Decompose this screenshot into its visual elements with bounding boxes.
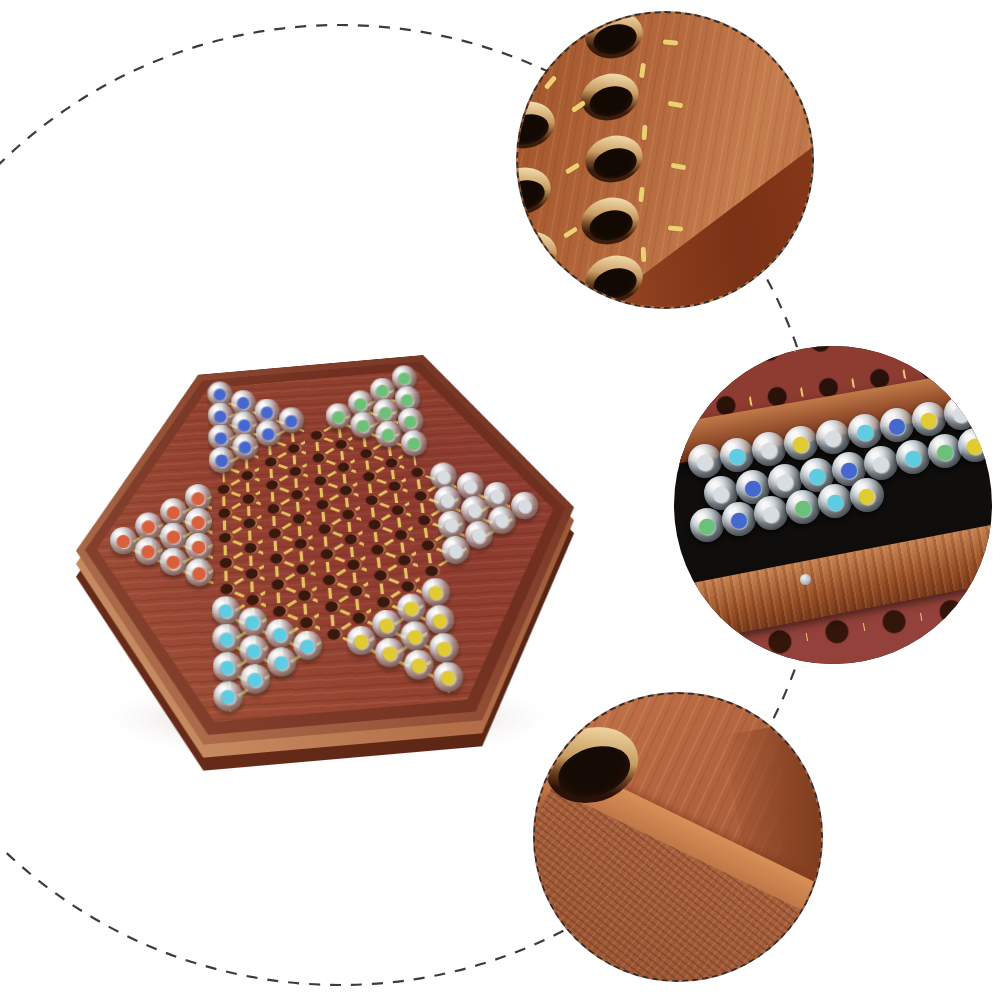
board-hole-occupied: ● [211,454,236,479]
board-hole-occupied: ● [375,429,402,453]
marble-swirl: ● [698,515,716,536]
marble-swirl: ● [141,543,156,560]
board-hole-empty: ● [387,522,415,549]
board-hole-occupied: ● [268,652,297,683]
marble-swirl: ● [272,625,288,643]
marble-swirl: ● [300,637,316,655]
hole-glyph: ● [416,515,433,527]
board-hole-empty: ● [264,571,291,600]
drawer-marble-yellow: ● [784,426,818,460]
marble-swirl: ● [378,405,392,421]
board-hole-empty: ● [413,532,442,560]
drawer-marble-yellow: ● [850,478,884,512]
marble-swirl: ● [238,439,252,455]
marble-swirl: ● [808,465,826,486]
marble-swirl: ● [403,600,419,618]
board-hole-empty: ● [330,455,356,480]
marble-swirl: ● [824,427,842,448]
drawer-marble-white: ● [816,420,850,454]
hole-glyph: ● [309,430,324,441]
marble-red: ● [135,538,162,565]
marble-swirl: ● [404,414,418,430]
drawer-marble-green: ● [786,490,820,524]
marble-swirl: ● [191,539,206,556]
hole-glyph: ● [291,513,307,525]
board-hole-empty: ● [238,560,265,588]
board-hole-empty: ● [305,446,331,471]
board-hole-empty: ● [313,541,340,569]
board-hole-occupied: ● [326,411,352,435]
board-hole-empty: ● [311,516,338,543]
marble-yellow: ● [400,622,429,651]
marble-swirl: ● [762,503,780,524]
board-hole-empty: ● [263,545,290,573]
drawer-marble-green: ● [928,434,962,468]
marble-swirl: ● [213,408,227,424]
board-hole-occupied: ● [403,655,434,687]
drawer-marble-cyan: ● [720,438,754,472]
board-hole-empty: ● [211,477,236,503]
marble-red: ● [160,523,187,550]
brass-dash [639,63,646,79]
marble-cyan: ● [293,632,322,661]
hole-glyph: ● [294,563,310,576]
hole-glyph: ● [364,495,380,507]
board-hole-occupied: ● [432,667,464,699]
hole-glyph: ● [412,491,428,503]
hole-glyph: ● [333,439,348,450]
marble-swirl: ● [517,498,532,515]
hole-glyph: ● [268,553,284,565]
marble-cyan: ● [240,665,270,695]
marble-swirl: ● [400,392,414,408]
board-hole-empty: ● [410,507,439,534]
brass-dash [671,163,687,171]
marble-swirl: ● [792,433,810,454]
drawer-marble-cyan: ● [896,440,930,474]
marble-swirl: ● [354,396,368,412]
board-hole-empty: ● [403,460,431,485]
drawer-marble-white: ● [688,444,722,478]
board-hole-occupied: ● [137,544,162,572]
drawer-marble-cyan: ● [818,484,852,518]
board-hole-empty: ● [237,535,263,562]
marble-swirl: ● [728,445,746,466]
board-hole-empty: ● [213,550,239,578]
marble-swirl: ● [794,497,812,518]
hole-glyph: ● [266,503,281,515]
board-hole-occupied: ● [280,415,305,439]
marble-white: ● [461,497,488,524]
marble-yellow: ● [347,627,376,656]
marble-swirl: ● [490,488,505,505]
marble-swirl: ● [284,413,298,429]
marble-swirl: ● [219,630,235,648]
marble-swirl: ● [712,483,730,504]
drilled-hole [576,68,643,127]
marble-white: ● [488,507,515,534]
marble-swirl: ● [218,602,234,620]
board-hole-occupied: ● [347,631,377,662]
board-hole-occupied: ● [440,542,470,570]
hole-glyph: ● [372,570,389,583]
hole-glyph: ● [244,568,260,581]
drawer-marble-white: ● [754,496,788,530]
brass-dash [668,101,684,109]
hole-glyph: ● [311,453,326,464]
hole-glyph: ● [315,499,331,511]
board-hole-empty: ● [378,451,405,476]
marble-green: ● [350,413,376,439]
hole-glyph: ● [350,612,367,625]
board-hole-empty: ● [328,433,354,457]
marble-swirl: ● [760,439,778,460]
hole-glyph: ● [286,444,301,455]
marble-cyan: ● [213,682,243,712]
board-hole-occupied: ● [350,420,376,444]
board-hole-empty: ● [281,437,306,462]
marble-swirl: ● [840,459,858,480]
hole-glyph: ● [369,544,385,556]
board-hole-occupied: ● [375,643,405,674]
marble-swirl: ● [376,383,390,399]
board-hole-empty: ● [262,520,288,547]
board-hole-empty: ● [289,556,316,584]
marble-swirl: ● [411,656,427,675]
brass-dash [563,226,578,238]
hole-glyph: ● [242,518,257,530]
marble-swirl: ● [247,671,263,690]
hole-glyph: ● [270,579,286,592]
hole-glyph: ● [393,529,409,541]
marble-swirl: ● [494,512,509,529]
board-hole-empty: ● [384,498,412,524]
marble-red: ● [110,528,137,555]
hole-glyph: ● [240,470,255,481]
hole-glyph: ● [319,548,335,560]
board-hole-empty: ● [339,551,367,579]
board-top-face: ●●●●●●●●●●●●●●●●●●●●●●●●●●●●●●●●●●●●●●●●… [64,346,622,758]
marble-swirl: ● [260,404,274,420]
board-hole-occupied: ● [188,565,214,593]
board-hole-empty: ● [319,620,348,650]
inset-wood-corner [533,692,823,982]
hole-glyph: ● [409,467,425,478]
marble-yellow: ● [429,634,458,663]
marble-swirl: ● [191,490,206,507]
board-hole-occupied: ● [216,686,244,718]
drawer-marble-white: ● [752,432,786,466]
marble-swirl: ● [116,533,131,550]
marble-yellow: ● [422,579,450,607]
star-grid: ●●●●●●●●●●●●●●●●●●●●●●●●●●●●●●●●●●●●●●●●… [106,365,574,727]
hole-glyph: ● [336,462,351,473]
marble-cyan: ● [267,648,296,677]
marble-swirl: ● [696,451,714,472]
marble-swirl: ● [436,639,452,657]
board-hole-empty: ● [212,525,238,552]
board-hole-empty: ● [337,526,365,553]
marble-swirl: ● [191,564,206,582]
marble-swirl: ● [888,415,906,436]
hole-glyph: ● [317,523,333,535]
marble-swirl: ● [356,418,370,434]
marble-swirl: ● [381,427,395,443]
board-hole-occupied: ● [162,554,187,582]
marble-swirl: ● [872,453,890,474]
board-hole-empty: ● [315,566,343,595]
hole-glyph: ● [345,559,361,572]
marble-swirl: ● [826,491,844,512]
marble-green: ● [375,422,401,448]
board-row: ●●● [161,393,189,723]
hole-glyph: ● [358,449,373,460]
marble-swirl: ● [379,616,395,634]
marble-swirl: ● [273,654,289,672]
marble-swirl: ● [436,468,451,485]
board-hole-empty: ● [358,488,385,514]
hole-glyph: ● [243,542,259,554]
hole-glyph: ● [390,505,406,517]
marble-swirl: ● [407,436,421,452]
marble-blue: ● [232,434,258,460]
marble-swirl: ● [191,514,206,531]
marble-swirl: ● [471,527,486,544]
brass-dash [641,247,647,262]
marble-swirl: ● [858,485,876,506]
marble-swirl: ● [219,658,235,676]
marble-swirl: ● [261,426,275,442]
board-hole-empty: ● [283,459,309,484]
marble-swirl: ● [166,554,181,571]
marble-swirl: ● [214,430,228,446]
marble-swirl: ● [166,528,181,545]
marble-white: ● [438,512,465,539]
marble-swirl: ● [213,387,227,403]
board-hole-occupied: ● [242,669,270,701]
drawer-marble-white: ● [864,446,898,480]
board-hole-empty: ● [335,502,362,529]
hole-glyph: ● [384,458,400,469]
marble-swirl: ● [236,395,250,411]
marble-green: ● [326,404,352,430]
marble-swirl: ● [920,409,938,430]
marble-swirl: ● [856,421,874,442]
marble-white: ● [465,522,493,550]
marble-swirl: ● [448,542,463,560]
board-hole-occupied: ● [257,428,282,452]
marble-cyan: ● [212,597,240,625]
hole-glyph: ● [217,508,232,520]
board-hole-empty: ● [304,424,329,448]
marble-swirl: ● [246,642,262,660]
board-hole-empty: ● [342,577,371,606]
brass-dash [565,162,580,174]
marble-swirl: ● [467,502,482,519]
brass-dash [638,187,645,202]
marble-green: ● [401,431,427,457]
board-hole-empty: ● [235,463,260,488]
drawer-marble-cyan: ● [848,414,882,448]
hole-glyph: ● [267,528,283,540]
hole-glyph: ● [340,509,356,521]
marble-red: ● [185,559,213,587]
marble-swirl: ● [331,409,345,425]
hole-glyph: ● [423,565,440,578]
marble-swirl: ● [245,614,261,632]
marble-cyan: ● [265,620,294,649]
marble-white: ● [442,537,470,565]
board-hole-empty: ● [236,510,262,537]
drilled-hole [576,192,643,251]
marble-red: ● [135,513,162,540]
board-hole-empty: ● [363,536,391,564]
board-hole-empty: ● [287,531,314,558]
marble-swirl: ● [776,471,794,492]
marble-cyan: ● [238,608,267,637]
marble-swirl: ● [730,509,748,530]
star-area: ●●●●●●●●●●●●●●●●●●●●●●●●●●●●●●●●●●●●●●●●… [106,365,574,727]
hole-glyph: ● [218,557,233,570]
hole-glyph: ● [263,457,278,468]
marble-swirl: ● [382,644,398,662]
hole-glyph: ● [343,534,359,546]
marble-cyan: ● [213,653,242,682]
marble-yellow: ● [397,594,426,623]
marble-swirl: ● [397,371,411,387]
marble-yellow: ● [372,610,401,639]
drawer-marble-blue: ● [880,408,914,442]
hole-glyph: ● [298,616,315,629]
marble-red: ● [160,549,188,577]
marble-swirl: ● [237,417,251,433]
marble-swirl: ● [444,517,459,534]
inset-board-macro [516,11,814,309]
marble-yellow: ● [375,639,404,668]
board-hole-empty: ● [361,512,389,539]
marble-white: ● [484,483,511,510]
hole-glyph: ● [366,519,382,531]
drawer-marble-yellow: ● [912,402,946,436]
marble-swirl: ● [463,478,478,495]
screw [800,574,811,585]
marble-swirl: ● [353,632,369,650]
marble-swirl: ● [166,504,181,521]
chinese-checkers-board: ●●●●●●●●●●●●●●●●●●●●●●●●●●●●●●●●●●●●●●●●… [68,316,582,780]
marble-swirl: ● [407,628,423,646]
marble-swirl: ● [432,611,448,629]
drawer-marble-green: ● [690,508,724,542]
marble-cyan: ● [239,636,268,665]
marble-swirl: ● [428,584,444,602]
hole-glyph: ● [375,596,392,609]
marble-yellow: ● [404,651,434,681]
hole-glyph: ● [396,555,413,568]
hole-glyph: ● [288,466,303,477]
hole-glyph: ● [323,601,340,614]
marble-swirl: ● [904,447,922,468]
brass-dash [668,225,683,232]
marble-red: ● [185,534,212,561]
brass-dash [641,125,647,140]
hole-glyph: ● [325,628,342,642]
hole-glyph: ● [219,583,235,596]
marble-swirl: ● [215,453,229,469]
marble-swirl: ● [141,518,156,535]
board-hole-empty: ● [353,442,380,467]
drawer-marble-blue: ● [722,502,756,536]
marble-swirl: ● [440,492,455,509]
brass-dash [544,75,557,90]
marble-swirl: ● [936,441,954,462]
brass-dash [663,39,678,46]
marble-swirl: ● [220,688,236,707]
marble-blue: ● [209,448,235,474]
hole-glyph: ● [217,532,232,544]
hole-glyph: ● [321,574,337,587]
marble-blue: ● [256,421,282,447]
board-hole-occupied: ● [400,438,427,463]
board-hole-empty: ● [390,547,419,575]
marble-swirl: ● [440,669,456,688]
product-photo-canvas: ●●●●●●●●●●●●●●●●●●●●●●●●●●●●●●●●●●●●●●●●… [0,0,1002,1002]
board-hole-occupied: ● [234,441,259,466]
marble-white: ● [434,487,461,514]
marble-yellow: ● [425,606,454,635]
marble-blue: ● [279,408,305,434]
board-hole-empty: ● [286,506,312,533]
drilled-hole [580,130,647,189]
hole-glyph: ● [419,540,436,552]
hole-glyph: ● [293,538,309,550]
marble-cyan: ● [212,624,241,653]
marble-swirl: ● [744,477,762,498]
marble-yellow: ● [433,663,463,693]
marble-red: ● [185,509,212,536]
inset-marble-drawer: ●●●●●●●●●●●●●●●●●●●●●●●● [674,346,992,664]
board-hole-empty: ● [258,450,283,475]
